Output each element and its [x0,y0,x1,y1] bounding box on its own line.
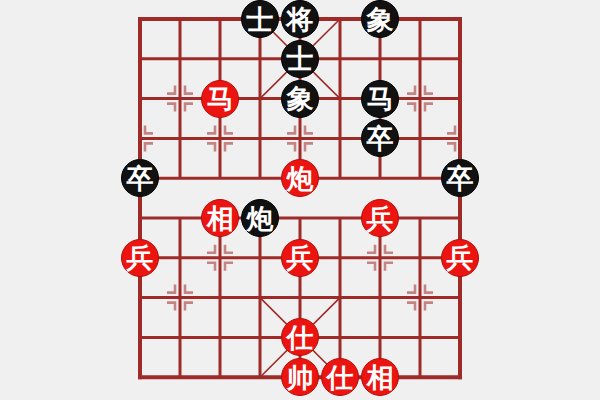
pieces-layer: 士将象士马象马卒卒炮卒相炮兵兵兵兵仕帅仕相 [0,0,600,400]
piece-black-horse[interactable]: 马 [361,80,399,118]
piece-black-advisor[interactable]: 士 [241,0,279,38]
piece-red-soldier[interactable]: 兵 [361,199,399,237]
piece-black-soldier[interactable]: 卒 [441,159,479,197]
piece-black-soldier[interactable]: 卒 [361,119,399,157]
piece-red-advisor[interactable]: 仕 [281,318,319,356]
piece-black-general[interactable]: 将 [281,0,319,38]
piece-red-general[interactable]: 帅 [281,358,319,396]
piece-red-soldier[interactable]: 兵 [281,239,319,277]
piece-red-elephant[interactable]: 相 [201,199,239,237]
piece-red-horse[interactable]: 马 [201,80,239,118]
piece-black-cannon[interactable]: 炮 [241,199,279,237]
xiangqi-app: 士将象士马象马卒卒炮卒相炮兵兵兵兵仕帅仕相 [0,0,600,400]
piece-red-elephant[interactable]: 相 [361,358,399,396]
piece-black-soldier[interactable]: 卒 [121,159,159,197]
piece-red-soldier[interactable]: 兵 [121,239,159,277]
piece-red-advisor[interactable]: 仕 [321,358,359,396]
piece-black-advisor[interactable]: 士 [281,40,319,78]
piece-red-cannon[interactable]: 炮 [281,159,319,197]
piece-black-elephant[interactable]: 象 [281,80,319,118]
piece-black-elephant[interactable]: 象 [361,0,399,38]
piece-red-soldier[interactable]: 兵 [441,239,479,277]
